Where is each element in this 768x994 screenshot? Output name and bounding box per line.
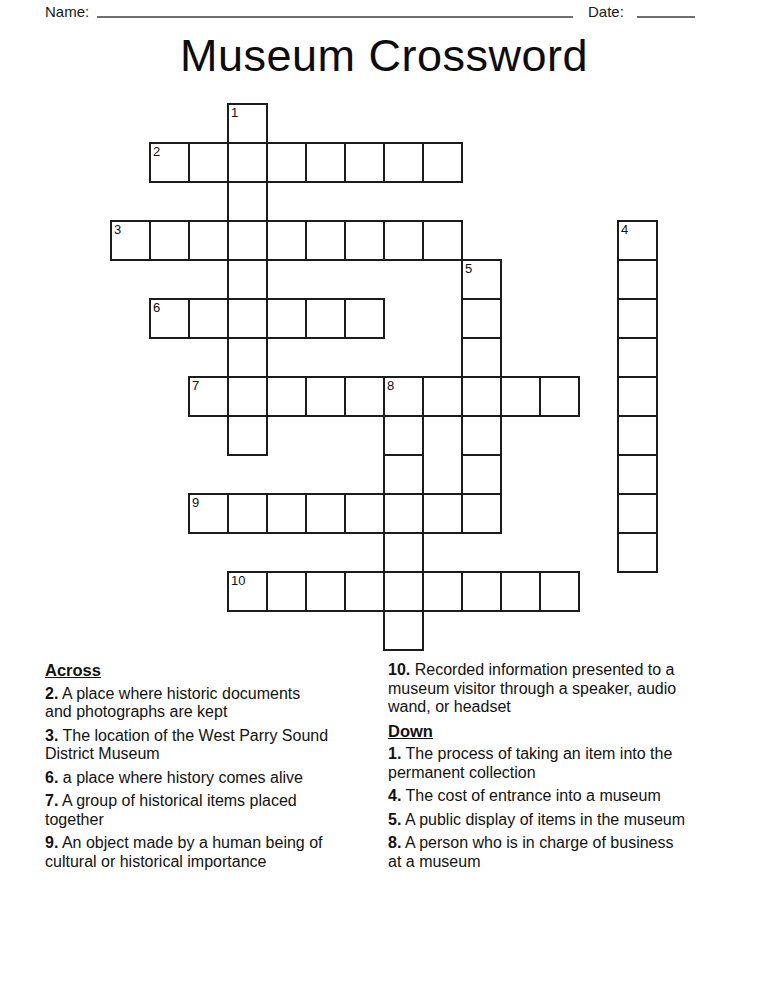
grid-cell-r7c8[interactable] [422, 376, 463, 417]
clue-text: The cost of entrance into a museum [401, 787, 660, 804]
grid-cell-r12c10[interactable] [500, 571, 541, 612]
cell-number-10: 10 [229, 573, 266, 587]
clue-across-6: 6. a place where history comes alive [45, 769, 330, 788]
grid-cell-r5c2[interactable] [188, 298, 229, 339]
grid-cell-r7c6[interactable] [344, 376, 385, 417]
grid-cell-r7c10[interactable] [500, 376, 541, 417]
across-clue-list: 2. A place where historic documents and … [45, 685, 330, 872]
grid-cell-r1c8[interactable] [422, 142, 463, 183]
grid-cell-r3c13[interactable]: 4 [617, 220, 658, 261]
grid-cell-r7c3[interactable] [227, 376, 268, 417]
clue-text: Recorded information presented to a muse… [388, 661, 676, 715]
grid-cell-r11c7[interactable] [383, 532, 424, 573]
cell-number-7: 7 [190, 378, 227, 392]
clue-down-8: 8. A person who is in charge of business… [388, 834, 688, 871]
clue-number: 1. [388, 745, 401, 762]
grid-cell-r1c7[interactable] [383, 142, 424, 183]
clue-number: 9. [45, 834, 58, 851]
grid-cell-r8c7[interactable] [383, 415, 424, 456]
grid-cell-r1c3[interactable] [227, 142, 268, 183]
grid-cell-r1c2[interactable] [188, 142, 229, 183]
grid-cell-r10c3[interactable] [227, 493, 268, 534]
grid-cell-r3c8[interactable] [422, 220, 463, 261]
clue-text: A place where historic documents and pho… [45, 685, 300, 721]
clue-text: A public display of items in the museum [401, 811, 685, 828]
grid-cell-r3c1[interactable] [149, 220, 190, 261]
grid-cell-r9c9[interactable] [461, 454, 502, 495]
cell-number-8: 8 [385, 378, 422, 392]
across-clues-column: Across 2. A place where historic documen… [45, 661, 330, 876]
grid-cell-r7c2[interactable]: 7 [188, 376, 229, 417]
clue-text: The process of taking an item into the p… [388, 745, 672, 781]
grid-cell-r5c6[interactable] [344, 298, 385, 339]
grid-cell-r4c9[interactable]: 5 [461, 259, 502, 300]
grid-cell-r1c6[interactable] [344, 142, 385, 183]
clue-number: 10. [388, 661, 410, 678]
grid-cell-r7c9[interactable] [461, 376, 502, 417]
down-clue-list: 1. The process of taking an item into th… [388, 745, 688, 871]
clue-number: 4. [388, 787, 401, 804]
grid-cell-r4c13[interactable] [617, 259, 658, 300]
grid-cell-r1c4[interactable] [266, 142, 307, 183]
crossword-grid: 12345678910 [110, 103, 658, 651]
clue-text: a place where history comes alive [58, 769, 303, 786]
clue-number: 2. [45, 685, 58, 702]
clue-number: 6. [45, 769, 58, 786]
grid-cell-r8c13[interactable] [617, 415, 658, 456]
clue-text: A person who is in charge of business at… [388, 834, 674, 870]
clue-across-7: 7. A group of historical items placed to… [45, 792, 330, 829]
clue-number: 7. [45, 792, 58, 809]
clue-number: 3. [45, 727, 58, 744]
grid-cell-r3c5[interactable] [305, 220, 346, 261]
across-heading: Across [45, 661, 330, 680]
grid-cell-r5c13[interactable] [617, 298, 658, 339]
grid-cell-r12c3[interactable]: 10 [227, 571, 268, 612]
grid-cell-r9c13[interactable] [617, 454, 658, 495]
grid-cell-r10c7[interactable] [383, 493, 424, 534]
grid-cell-r2c3[interactable] [227, 181, 268, 222]
grid-cell-r8c3[interactable] [227, 415, 268, 456]
clue-across-3: 3. The location of the West Parry Sound … [45, 727, 330, 764]
cell-number-3: 3 [112, 222, 149, 236]
grid-cell-r7c13[interactable] [617, 376, 658, 417]
grid-cell-r7c11[interactable] [539, 376, 580, 417]
clue-text: The location of the West Parry Sound Dis… [45, 727, 328, 763]
grid-cell-r9c7[interactable] [383, 454, 424, 495]
grid-cell-r10c9[interactable] [461, 493, 502, 534]
grid-cell-r3c0[interactable]: 3 [110, 220, 151, 261]
clue-across-10: 10. Recorded information presented to a … [388, 661, 688, 717]
grid-cell-r13c7[interactable] [383, 610, 424, 651]
grid-cell-r7c7[interactable]: 8 [383, 376, 424, 417]
clue-across-9: 9. An object made by a human being of cu… [45, 834, 330, 871]
grid-cell-r0c3[interactable]: 1 [227, 103, 268, 144]
cell-number-6: 6 [151, 300, 188, 314]
clue-down-1: 1. The process of taking an item into th… [388, 745, 688, 782]
grid-cell-r8c9[interactable] [461, 415, 502, 456]
cell-number-4: 4 [619, 222, 656, 236]
name-label: Name: [45, 3, 89, 20]
cell-number-2: 2 [151, 144, 188, 158]
grid-cell-r10c4[interactable] [266, 493, 307, 534]
grid-cell-r11c13[interactable] [617, 532, 658, 573]
grid-cell-r10c8[interactable] [422, 493, 463, 534]
grid-cell-r10c5[interactable] [305, 493, 346, 534]
grid-cell-r5c4[interactable] [266, 298, 307, 339]
clue-down-4: 4. The cost of entrance into a museum [388, 787, 688, 806]
grid-cell-r7c4[interactable] [266, 376, 307, 417]
cell-number-5: 5 [463, 261, 500, 275]
grid-cell-r1c1[interactable]: 2 [149, 142, 190, 183]
grid-cell-r7c5[interactable] [305, 376, 346, 417]
grid-cell-r12c9[interactable] [461, 571, 502, 612]
grid-cell-r12c5[interactable] [305, 571, 346, 612]
grid-cell-r12c6[interactable] [344, 571, 385, 612]
grid-cell-r4c3[interactable] [227, 259, 268, 300]
grid-cell-r12c4[interactable] [266, 571, 307, 612]
cell-number-9: 9 [190, 495, 227, 509]
grid-cell-r3c3[interactable] [227, 220, 268, 261]
grid-cell-r5c1[interactable]: 6 [149, 298, 190, 339]
date-input-line[interactable] [637, 16, 695, 18]
name-input-line[interactable] [97, 16, 573, 18]
grid-cell-r6c9[interactable] [461, 337, 502, 378]
clue-number: 8. [388, 834, 401, 851]
clue-down-5: 5. A public display of items in the muse… [388, 811, 688, 830]
grid-cell-r5c5[interactable] [305, 298, 346, 339]
grid-cell-r5c3[interactable] [227, 298, 268, 339]
clue-across-2: 2. A place where historic documents and … [45, 685, 330, 722]
grid-cell-r1c5[interactable] [305, 142, 346, 183]
grid-cell-r10c6[interactable] [344, 493, 385, 534]
grid-cell-r10c13[interactable] [617, 493, 658, 534]
worksheet-page: Name: Date: Museum Crossword 12345678910… [0, 0, 768, 994]
date-label: Date: [588, 3, 624, 20]
grid-cell-r12c7[interactable] [383, 571, 424, 612]
grid-cell-r12c11[interactable] [539, 571, 580, 612]
grid-cell-r6c3[interactable] [227, 337, 268, 378]
grid-cell-r3c4[interactable] [266, 220, 307, 261]
clue-text: A group of historical items placed toget… [45, 792, 297, 828]
grid-cell-r3c2[interactable] [188, 220, 229, 261]
across-clue-overflow: 10. Recorded information presented to a … [388, 661, 688, 717]
down-heading: Down [388, 722, 688, 741]
grid-cell-r5c9[interactable] [461, 298, 502, 339]
clue-number: 5. [388, 811, 401, 828]
grid-cell-r10c2[interactable]: 9 [188, 493, 229, 534]
grid-cell-r12c8[interactable] [422, 571, 463, 612]
clue-text: An object made by a human being of cultu… [45, 834, 323, 870]
down-clues-column: 10. Recorded information presented to a … [388, 661, 688, 876]
page-title: Museum Crossword [0, 30, 768, 82]
grid-cell-r6c13[interactable] [617, 337, 658, 378]
grid-cell-r3c6[interactable] [344, 220, 385, 261]
grid-cell-r3c7[interactable] [383, 220, 424, 261]
cell-number-1: 1 [229, 105, 266, 119]
